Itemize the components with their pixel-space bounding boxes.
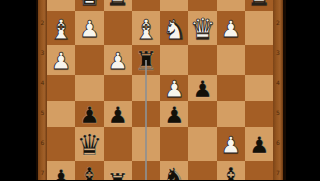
square-f1[interactable]: ♜ — [104, 0, 132, 11]
piece-black-queen-g6: ♛ — [76, 128, 102, 162]
piece-white-pawn-g2: ♟ — [79, 16, 100, 42]
piece-white-bishop-e2: ♝ — [134, 14, 158, 45]
rank-label-6: 6 — [38, 140, 47, 146]
square-h1[interactable] — [47, 0, 75, 11]
square-g7[interactable]: ♝ — [75, 161, 103, 180]
rank-label-4: 4 — [38, 80, 47, 86]
rank-label-5: 5 — [273, 110, 283, 116]
square-c4[interactable]: ♟ — [188, 75, 216, 101]
rank-label-6: 6 — [273, 140, 283, 146]
square-g5[interactable]: ♟ — [75, 101, 103, 127]
rank-label-7: 7 — [38, 170, 47, 176]
square-f4[interactable] — [104, 75, 132, 101]
piece-white-knight-d2: ♞ — [162, 14, 186, 45]
piece-white-pawn-d4: ♟ — [164, 76, 185, 102]
piece-white-pawn-b2: ♟ — [221, 16, 242, 42]
square-g1[interactable]: ♚ — [75, 0, 103, 11]
square-a2[interactable] — [245, 11, 273, 45]
square-d2[interactable]: ♞ — [160, 11, 188, 45]
piece-black-pawn-f5: ♟ — [107, 102, 128, 128]
square-a7[interactable] — [245, 161, 273, 180]
rank-label-2: 2 — [273, 20, 283, 26]
square-c1[interactable] — [188, 0, 216, 11]
letterbox-left — [0, 0, 36, 180]
square-f6[interactable] — [104, 127, 132, 161]
square-b5[interactable] — [217, 101, 245, 127]
rank-label-7: 7 — [273, 170, 283, 176]
piece-white-bishop-h2: ♝ — [49, 14, 73, 45]
piece-black-pawn-d5: ♟ — [164, 102, 185, 128]
piece-black-pawn-c4: ♟ — [192, 76, 213, 102]
square-h5[interactable] — [47, 101, 75, 127]
rank-label-3: 3 — [38, 50, 47, 56]
square-h4[interactable] — [47, 75, 75, 101]
square-d6[interactable] — [160, 127, 188, 161]
square-h7[interactable]: ♟ — [47, 161, 75, 180]
board-border-right: 12345678 — [273, 0, 286, 180]
piece-black-knight-d7: ♞ — [162, 162, 186, 180]
square-h6[interactable] — [47, 127, 75, 161]
square-g4[interactable] — [75, 75, 103, 101]
square-f3[interactable]: ♟ — [104, 45, 132, 75]
rank-label-5: 5 — [38, 110, 47, 116]
square-a1[interactable]: ♜ — [245, 0, 273, 11]
move-indicator-line — [145, 60, 147, 180]
square-d1[interactable] — [160, 0, 188, 11]
piece-white-king-g1: ♚ — [77, 0, 102, 12]
rank-label-2: 2 — [38, 20, 47, 26]
rank-label-4: 4 — [273, 80, 283, 86]
square-c7[interactable] — [188, 161, 216, 180]
square-a3[interactable] — [245, 45, 273, 75]
square-h3[interactable]: ♟ — [47, 45, 75, 75]
piece-black-bishop-g7: ♝ — [77, 162, 101, 180]
square-c2[interactable]: ♛ — [188, 11, 216, 45]
piece-black-pawn-a6: ♟ — [249, 132, 270, 158]
piece-white-rook-f1: ♜ — [106, 0, 129, 11]
square-h2[interactable]: ♝ — [47, 11, 75, 45]
square-d5[interactable]: ♟ — [160, 101, 188, 127]
square-d3[interactable] — [160, 45, 188, 75]
square-f2[interactable] — [104, 11, 132, 45]
piece-black-pawn-g5: ♟ — [79, 102, 100, 128]
square-e2[interactable]: ♝ — [132, 11, 160, 45]
square-b6[interactable]: ♟ — [217, 127, 245, 161]
square-c5[interactable] — [188, 101, 216, 127]
piece-white-rook-a1: ♜ — [248, 0, 271, 11]
square-g2[interactable]: ♟ — [75, 11, 103, 45]
letterbox-right — [286, 0, 320, 180]
square-b3[interactable] — [217, 45, 245, 75]
square-b4[interactable] — [217, 75, 245, 101]
piece-black-pawn-h7: ♟ — [51, 165, 72, 181]
square-d7[interactable]: ♞ — [160, 161, 188, 180]
rank-label-3: 3 — [273, 50, 283, 56]
square-g6[interactable]: ♛ — [75, 127, 103, 161]
piece-black-rook-f8-peek: ♜ — [104, 170, 132, 180]
square-f5[interactable]: ♟ — [104, 101, 132, 127]
piece-white-pawn-f3: ♟ — [107, 48, 128, 74]
piece-white-pawn-h3: ♟ — [51, 48, 72, 74]
square-b7[interactable]: ♝ — [217, 161, 245, 180]
square-c6[interactable] — [188, 127, 216, 161]
square-a4[interactable] — [245, 75, 273, 101]
square-d4[interactable]: ♟ — [160, 75, 188, 101]
piece-black-bishop-b7: ♝ — [219, 162, 243, 180]
square-b2[interactable]: ♟ — [217, 11, 245, 45]
square-a5[interactable] — [245, 101, 273, 127]
screenshot-stage: 12345678 12345678 ♚♜♜♝♟♝♞♛♟♟♟♜♟♟♟♟♟♛♟♟♟♝… — [0, 0, 320, 180]
board-border-left: 12345678 — [36, 0, 47, 180]
square-a6[interactable]: ♟ — [245, 127, 273, 161]
square-b1[interactable] — [217, 0, 245, 11]
piece-white-queen-c2: ♛ — [190, 12, 216, 46]
square-c3[interactable] — [188, 45, 216, 75]
chess-board: ♚♜♜♝♟♝♞♛♟♟♟♜♟♟♟♟♟♛♟♟♟♝♞♝♚♜ — [47, 0, 273, 180]
piece-white-pawn-b6: ♟ — [221, 132, 242, 158]
square-e1[interactable] — [132, 0, 160, 11]
square-g3[interactable] — [75, 45, 103, 75]
